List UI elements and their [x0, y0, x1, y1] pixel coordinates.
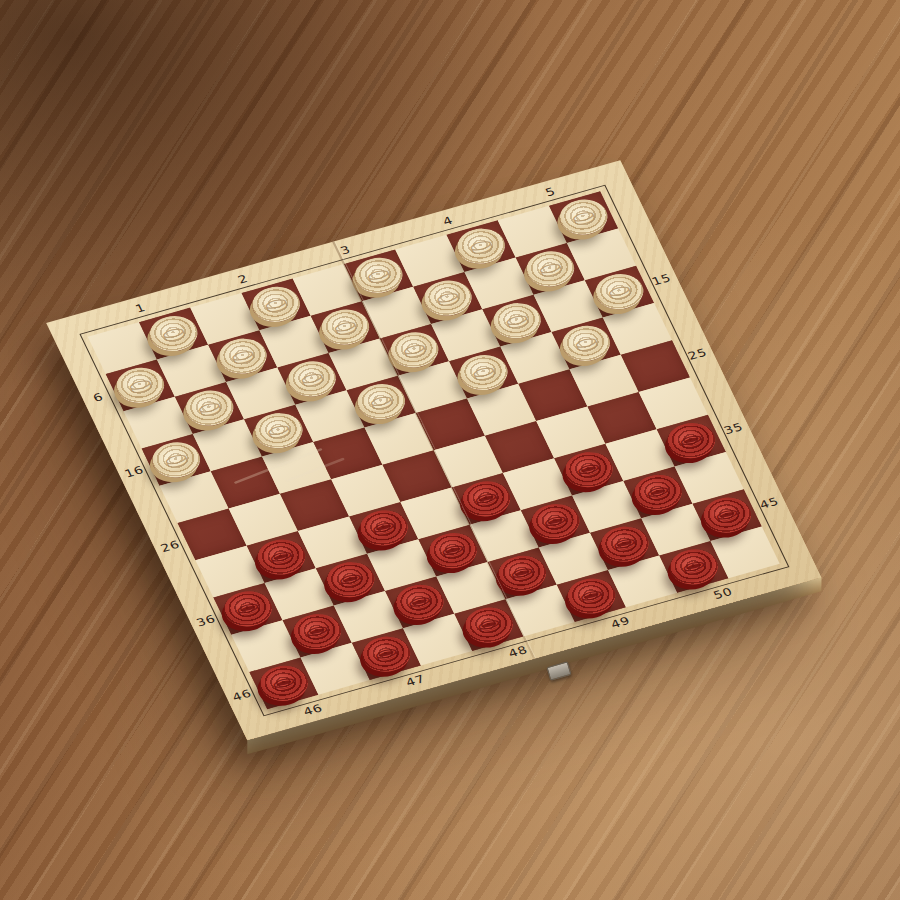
- white-checker-glyph: ⛀: [468, 360, 500, 386]
- white-checker-glyph: ⛀: [124, 372, 156, 398]
- red-checker-glyph: ⛂: [335, 567, 367, 593]
- red-checker-glyph: ⛂: [506, 560, 538, 586]
- label-top-1: 1: [133, 301, 147, 315]
- label-top-2: 2: [236, 272, 250, 286]
- white-checker-glyph: ⛀: [296, 366, 328, 392]
- white-checker-glyph: ⛀: [365, 389, 397, 415]
- red-checker-glyph: ⛂: [540, 509, 572, 535]
- label-top-4: 4: [441, 214, 455, 228]
- red-checker-glyph: ⛂: [473, 612, 505, 638]
- red-checker-glyph: ⛂: [711, 502, 743, 528]
- white-checker-glyph: ⛀: [399, 337, 431, 363]
- red-checker-glyph: ⛂: [576, 583, 608, 609]
- red-checker-glyph: ⛂: [301, 619, 333, 645]
- board-frame: ⛀⛀⛀⛀⛀⛀⛀⛀⛀⛀⛀⛀⛀⛀⛀⛀⛀⛀⛀⛀⛂⛂⛂⛂⛂⛂⛂⛂⛂⛂⛂⛂⛂⛂⛂⛂⛂⛂⛂⛂…: [46, 160, 821, 740]
- white-checker-glyph: ⛀: [568, 204, 600, 230]
- label-right-25: 25: [686, 346, 709, 362]
- label-right-15: 15: [650, 272, 673, 288]
- red-checker-glyph: ⛂: [470, 486, 502, 512]
- white-checker-glyph: ⛀: [363, 262, 395, 288]
- label-left-6: 6: [91, 390, 105, 404]
- white-checker-glyph: ⛀: [465, 233, 497, 259]
- red-checker-glyph: ⛂: [642, 480, 674, 506]
- red-checker-glyph: ⛂: [675, 428, 707, 454]
- white-checker-glyph: ⛀: [570, 331, 602, 357]
- red-checker-glyph: ⛂: [573, 457, 605, 483]
- label-top-5: 5: [543, 185, 557, 199]
- white-checker-glyph: ⛀: [260, 292, 292, 318]
- photo-scene: ⛀⛀⛀⛀⛀⛀⛀⛀⛀⛀⛀⛀⛀⛀⛀⛀⛀⛀⛀⛀⛂⛂⛂⛂⛂⛂⛂⛂⛂⛂⛂⛂⛂⛂⛂⛂⛂⛂⛂⛂…: [0, 0, 900, 900]
- white-checker-glyph: ⛀: [534, 256, 566, 282]
- red-checker-glyph: ⛂: [609, 531, 641, 557]
- red-checker-glyph: ⛂: [371, 641, 403, 667]
- white-checker-glyph: ⛀: [227, 343, 259, 369]
- white-checker-glyph: ⛀: [604, 279, 636, 305]
- red-checker-glyph: ⛂: [678, 554, 710, 580]
- label-right-35: 35: [722, 421, 745, 437]
- white-checker-glyph: ⛀: [158, 321, 190, 347]
- white-checker-glyph: ⛀: [329, 314, 361, 340]
- red-checker-glyph: ⛂: [232, 596, 264, 622]
- red-checker-glyph: ⛂: [404, 590, 436, 616]
- white-checker-glyph: ⛀: [263, 418, 295, 444]
- red-checker-glyph: ⛂: [368, 515, 400, 541]
- label-right-45: 45: [758, 495, 781, 511]
- red-checker-glyph: ⛂: [265, 544, 297, 570]
- white-checker-glyph: ⛀: [160, 447, 192, 473]
- red-checker-glyph: ⛂: [437, 538, 469, 564]
- white-checker-glyph: ⛀: [194, 395, 226, 421]
- red-checker-glyph: ⛂: [268, 670, 300, 696]
- white-checker-glyph: ⛀: [432, 285, 464, 311]
- white-checker-glyph: ⛀: [501, 308, 533, 334]
